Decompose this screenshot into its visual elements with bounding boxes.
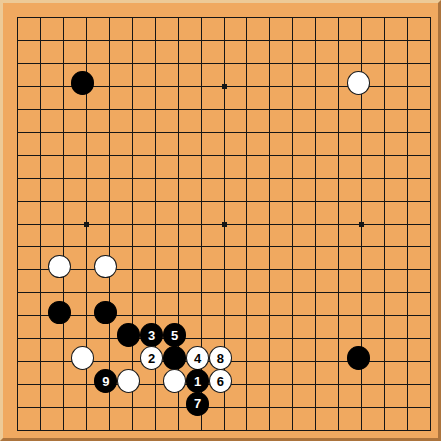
stone-white-move-2: 2 [140, 346, 163, 369]
board-intersection [163, 347, 186, 370]
stone-black-move-7: 7 [186, 392, 209, 415]
board-intersection [71, 347, 94, 370]
board-intersection: 5 [163, 324, 186, 347]
stone-white [71, 346, 94, 369]
board-intersection: 7 [186, 393, 209, 416]
board-intersection [48, 255, 71, 278]
board-intersection [94, 301, 117, 324]
stone-black [71, 71, 94, 94]
stone-white-move-6: 6 [209, 369, 232, 392]
stone-white [163, 369, 186, 392]
board-intersection: 1 [186, 370, 209, 393]
stone-white [117, 369, 140, 392]
stone-black [48, 301, 71, 324]
stone-white [347, 71, 370, 94]
go-board: 352489167 [0, 0, 441, 441]
stones-layer: 352489167 [3, 3, 439, 439]
stone-black-move-1: 1 [186, 369, 209, 392]
board-intersection [347, 71, 370, 94]
board-intersection [117, 324, 140, 347]
stone-white-move-8: 8 [209, 346, 232, 369]
board-intersection: 6 [209, 370, 232, 393]
board-intersection: 2 [140, 347, 163, 370]
stone-black [117, 323, 140, 346]
stone-black [347, 346, 370, 369]
stone-black [163, 346, 186, 369]
stone-black-move-3: 3 [140, 323, 163, 346]
board-intersection: 4 [186, 347, 209, 370]
stone-black-move-5: 5 [163, 323, 186, 346]
board-intersection [94, 255, 117, 278]
board-intersection: 3 [140, 324, 163, 347]
board-intersection [163, 370, 186, 393]
board-intersection [347, 347, 370, 370]
board-intersection [71, 71, 94, 94]
stone-white-move-4: 4 [186, 346, 209, 369]
board-intersection: 8 [209, 347, 232, 370]
board-intersection: 9 [94, 370, 117, 393]
stone-white [48, 255, 71, 278]
board-intersection [48, 301, 71, 324]
stone-black-move-9: 9 [94, 369, 117, 392]
stone-black [94, 301, 117, 324]
board-intersection [117, 370, 140, 393]
stone-white [94, 255, 117, 278]
